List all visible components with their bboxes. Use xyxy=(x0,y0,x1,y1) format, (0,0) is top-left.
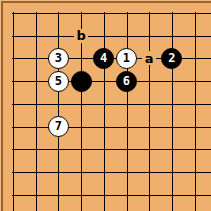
stone-black-plain xyxy=(71,71,92,92)
go-board: 1234567ab xyxy=(0,0,211,211)
stone-white-7: 7 xyxy=(48,116,69,137)
stone-white-1: 1 xyxy=(116,48,137,69)
stone-black-2: 2 xyxy=(161,48,182,69)
stone-layer: 1234567ab xyxy=(2,2,206,206)
point-marker-a: a xyxy=(142,51,156,65)
stone-black-4: 4 xyxy=(93,48,114,69)
stone-white-3: 3 xyxy=(48,48,69,69)
stone-white-5: 5 xyxy=(48,71,69,92)
stone-black-6: 6 xyxy=(116,71,137,92)
point-marker-b: b xyxy=(74,29,88,43)
